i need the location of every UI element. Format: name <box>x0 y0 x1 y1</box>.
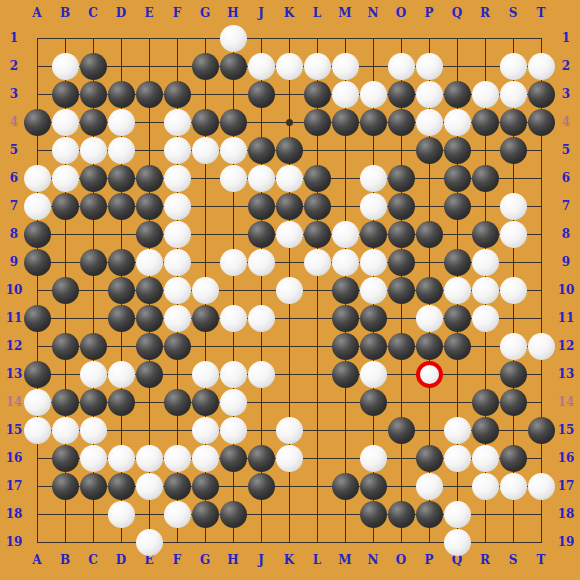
stone-white-F4 <box>164 109 191 136</box>
stone-black-P12 <box>416 333 443 360</box>
stone-white-A14 <box>24 389 51 416</box>
stone-black-P8 <box>416 221 443 248</box>
row-label-right: 2 <box>556 59 576 73</box>
row-label-right: 14 <box>556 395 576 409</box>
stone-black-C17 <box>80 473 107 500</box>
star-point <box>286 119 293 126</box>
stone-white-D5 <box>108 137 135 164</box>
stone-black-N17 <box>360 473 387 500</box>
stone-black-O3 <box>388 81 415 108</box>
stone-black-O6 <box>388 165 415 192</box>
stone-white-R10 <box>472 277 499 304</box>
stone-white-Q16 <box>444 445 471 472</box>
stone-white-J13 <box>248 361 275 388</box>
stone-black-P16 <box>416 445 443 472</box>
stone-black-G14 <box>192 389 219 416</box>
stone-white-P4 <box>416 109 443 136</box>
stone-black-M10 <box>332 277 359 304</box>
column-label-bottom: H <box>223 553 243 567</box>
row-label-right: 9 <box>556 255 576 269</box>
column-label-top: T <box>531 6 551 20</box>
stone-black-H4 <box>220 109 247 136</box>
stone-white-K10 <box>276 277 303 304</box>
stone-black-L6 <box>304 165 331 192</box>
stone-black-J8 <box>248 221 275 248</box>
stone-black-D11 <box>108 305 135 332</box>
stone-black-P5 <box>416 137 443 164</box>
column-label-bottom: F <box>167 553 187 567</box>
stone-white-F8 <box>164 221 191 248</box>
stone-black-R15 <box>472 417 499 444</box>
stone-black-C2 <box>80 53 107 80</box>
stone-black-O7 <box>388 193 415 220</box>
stone-black-O8 <box>388 221 415 248</box>
stone-white-S10 <box>500 277 527 304</box>
stone-black-D9 <box>108 249 135 276</box>
stone-black-A4 <box>24 109 51 136</box>
stone-black-N12 <box>360 333 387 360</box>
stone-white-Q10 <box>444 277 471 304</box>
stone-black-J3 <box>248 81 275 108</box>
stone-white-C5 <box>80 137 107 164</box>
row-label-right: 4 <box>556 115 576 129</box>
stone-white-H6 <box>220 165 247 192</box>
column-label-bottom: T <box>531 553 551 567</box>
column-label-bottom: K <box>279 553 299 567</box>
stone-white-Q19 <box>444 529 471 556</box>
stone-black-J5 <box>248 137 275 164</box>
column-label-bottom: C <box>83 553 103 567</box>
stone-white-F7 <box>164 193 191 220</box>
stone-black-T15 <box>528 417 555 444</box>
stone-white-E19 <box>136 529 163 556</box>
stone-white-P17 <box>416 473 443 500</box>
row-label-right: 19 <box>556 535 576 549</box>
stone-white-S3 <box>500 81 527 108</box>
stone-black-Q7 <box>444 193 471 220</box>
stone-black-A11 <box>24 305 51 332</box>
stone-white-A15 <box>24 417 51 444</box>
stone-white-P2 <box>416 53 443 80</box>
stone-white-D4 <box>108 109 135 136</box>
stone-white-L9 <box>304 249 331 276</box>
row-label-left: 17 <box>4 479 24 493</box>
stone-black-E11 <box>136 305 163 332</box>
stone-black-S16 <box>500 445 527 472</box>
stone-white-H5 <box>220 137 247 164</box>
column-label-bottom: A <box>27 553 47 567</box>
stone-white-G5 <box>192 137 219 164</box>
stone-black-B3 <box>52 81 79 108</box>
row-label-right: 18 <box>556 507 576 521</box>
stone-black-F12 <box>164 333 191 360</box>
column-label-top: E <box>139 6 159 20</box>
stone-black-E13 <box>136 361 163 388</box>
stone-black-E7 <box>136 193 163 220</box>
stone-black-G2 <box>192 53 219 80</box>
row-label-right: 10 <box>556 283 576 297</box>
row-label-left: 7 <box>4 199 24 213</box>
stone-white-N10 <box>360 277 387 304</box>
stone-black-C4 <box>80 109 107 136</box>
column-label-top: O <box>391 6 411 20</box>
column-label-top: B <box>55 6 75 20</box>
row-label-right: 11 <box>556 311 576 325</box>
column-label-top: C <box>83 6 103 20</box>
row-label-right: 3 <box>556 87 576 101</box>
go-board-app: AABBCCDDEEFFGGHHJJKKLLMMNNOOPPQQRRSSTT11… <box>0 0 580 580</box>
column-label-top: P <box>419 6 439 20</box>
column-label-top: J <box>251 6 271 20</box>
row-label-left: 10 <box>4 283 24 297</box>
stone-black-O18 <box>388 501 415 528</box>
row-label-right: 16 <box>556 451 576 465</box>
column-label-top: L <box>307 6 327 20</box>
stone-white-K8 <box>276 221 303 248</box>
stone-white-Q15 <box>444 417 471 444</box>
stone-black-G4 <box>192 109 219 136</box>
stone-white-F16 <box>164 445 191 472</box>
row-label-right: 8 <box>556 227 576 241</box>
column-label-top: M <box>335 6 355 20</box>
stone-black-H16 <box>220 445 247 472</box>
row-label-left: 4 <box>4 115 24 129</box>
column-label-top: Q <box>447 6 467 20</box>
stone-black-S13 <box>500 361 527 388</box>
stone-white-D13 <box>108 361 135 388</box>
column-label-bottom: O <box>391 553 411 567</box>
row-label-right: 15 <box>556 423 576 437</box>
stone-white-B4 <box>52 109 79 136</box>
stone-black-D3 <box>108 81 135 108</box>
stone-black-O4 <box>388 109 415 136</box>
stone-white-R17 <box>472 473 499 500</box>
column-label-bottom: L <box>307 553 327 567</box>
stone-black-S4 <box>500 109 527 136</box>
stone-white-S12 <box>500 333 527 360</box>
stone-white-P3 <box>416 81 443 108</box>
column-label-top: K <box>279 6 299 20</box>
stone-black-G18 <box>192 501 219 528</box>
stone-black-C7 <box>80 193 107 220</box>
stone-white-J9 <box>248 249 275 276</box>
stone-white-C15 <box>80 417 107 444</box>
stone-black-Q5 <box>444 137 471 164</box>
stone-white-C13 <box>80 361 107 388</box>
stone-white-G15 <box>192 417 219 444</box>
stone-black-B10 <box>52 277 79 304</box>
stone-white-S17 <box>500 473 527 500</box>
row-label-left: 15 <box>4 423 24 437</box>
stone-black-E12 <box>136 333 163 360</box>
stone-white-L2 <box>304 53 331 80</box>
column-label-bottom: J <box>251 553 271 567</box>
stone-white-G16 <box>192 445 219 472</box>
stone-black-Q9 <box>444 249 471 276</box>
stone-black-K7 <box>276 193 303 220</box>
stone-white-B15 <box>52 417 79 444</box>
stone-white-A6 <box>24 165 51 192</box>
row-label-left: 6 <box>4 171 24 185</box>
stone-black-J7 <box>248 193 275 220</box>
stone-white-G13 <box>192 361 219 388</box>
stone-black-O10 <box>388 277 415 304</box>
stone-black-S14 <box>500 389 527 416</box>
row-label-left: 3 <box>4 87 24 101</box>
stone-white-B6 <box>52 165 79 192</box>
stone-white-K15 <box>276 417 303 444</box>
row-label-right: 17 <box>556 479 576 493</box>
stone-white-F9 <box>164 249 191 276</box>
stone-white-T2 <box>528 53 555 80</box>
stone-black-Q11 <box>444 305 471 332</box>
column-label-top: A <box>27 6 47 20</box>
stone-white-J11 <box>248 305 275 332</box>
column-label-bottom: N <box>363 553 383 567</box>
stone-white-S8 <box>500 221 527 248</box>
stone-white-B2 <box>52 53 79 80</box>
column-label-top: D <box>111 6 131 20</box>
stone-black-L4 <box>304 109 331 136</box>
stone-white-D18 <box>108 501 135 528</box>
stone-white-R16 <box>472 445 499 472</box>
stone-white-F18 <box>164 501 191 528</box>
stone-black-M11 <box>332 305 359 332</box>
stone-white-A7 <box>24 193 51 220</box>
stone-black-B17 <box>52 473 79 500</box>
stone-black-B14 <box>52 389 79 416</box>
stone-white-S2 <box>500 53 527 80</box>
row-label-right: 7 <box>556 199 576 213</box>
stone-white-Q4 <box>444 109 471 136</box>
stone-black-D6 <box>108 165 135 192</box>
stone-white-H11 <box>220 305 247 332</box>
stone-black-R6 <box>472 165 499 192</box>
stone-black-C12 <box>80 333 107 360</box>
stone-black-S5 <box>500 137 527 164</box>
column-label-bottom: B <box>55 553 75 567</box>
stone-black-L7 <box>304 193 331 220</box>
column-label-top: H <box>223 6 243 20</box>
stone-white-M3 <box>332 81 359 108</box>
stone-black-N8 <box>360 221 387 248</box>
stone-black-B16 <box>52 445 79 472</box>
stone-black-Q3 <box>444 81 471 108</box>
stone-black-P18 <box>416 501 443 528</box>
stone-white-M9 <box>332 249 359 276</box>
stone-white-N3 <box>360 81 387 108</box>
stone-black-F14 <box>164 389 191 416</box>
stone-white-M8 <box>332 221 359 248</box>
stone-white-F6 <box>164 165 191 192</box>
row-label-left: 13 <box>4 367 24 381</box>
row-label-left: 9 <box>4 255 24 269</box>
stone-white-F5 <box>164 137 191 164</box>
stone-white-E16 <box>136 445 163 472</box>
row-label-left: 8 <box>4 227 24 241</box>
column-label-top: R <box>475 6 495 20</box>
stone-black-E8 <box>136 221 163 248</box>
row-label-left: 19 <box>4 535 24 549</box>
row-label-right: 1 <box>556 31 576 45</box>
stone-black-D14 <box>108 389 135 416</box>
stone-white-H9 <box>220 249 247 276</box>
stone-white-D16 <box>108 445 135 472</box>
stone-white-F10 <box>164 277 191 304</box>
column-label-top: N <box>363 6 383 20</box>
stone-black-D10 <box>108 277 135 304</box>
stone-black-R8 <box>472 221 499 248</box>
stone-black-L8 <box>304 221 331 248</box>
stone-white-N7 <box>360 193 387 220</box>
stone-black-M12 <box>332 333 359 360</box>
row-label-left: 18 <box>4 507 24 521</box>
stone-black-N11 <box>360 305 387 332</box>
stone-white-E9 <box>136 249 163 276</box>
stone-white-G10 <box>192 277 219 304</box>
stone-black-L3 <box>304 81 331 108</box>
stone-black-Q12 <box>444 333 471 360</box>
column-label-top: S <box>503 6 523 20</box>
stone-white-T12 <box>528 333 555 360</box>
column-label-bottom: M <box>335 553 355 567</box>
stone-black-N18 <box>360 501 387 528</box>
stone-black-H18 <box>220 501 247 528</box>
column-label-top: F <box>167 6 187 20</box>
stone-black-N4 <box>360 109 387 136</box>
column-label-bottom: D <box>111 553 131 567</box>
stone-white-J2 <box>248 53 275 80</box>
stone-black-M13 <box>332 361 359 388</box>
stone-black-D7 <box>108 193 135 220</box>
row-label-right: 12 <box>556 339 576 353</box>
stone-white-C16 <box>80 445 107 472</box>
stone-black-N14 <box>360 389 387 416</box>
stone-black-J17 <box>248 473 275 500</box>
row-label-left: 12 <box>4 339 24 353</box>
stone-white-E17 <box>136 473 163 500</box>
stone-white-N9 <box>360 249 387 276</box>
stone-white-H14 <box>220 389 247 416</box>
stone-white-Q18 <box>444 501 471 528</box>
column-label-bottom: S <box>503 553 523 567</box>
stone-black-M17 <box>332 473 359 500</box>
stone-white-K16 <box>276 445 303 472</box>
marked-stone-P13 <box>416 361 443 388</box>
row-label-left: 5 <box>4 143 24 157</box>
stone-black-M4 <box>332 109 359 136</box>
stone-black-B7 <box>52 193 79 220</box>
stone-black-P10 <box>416 277 443 304</box>
stone-black-O15 <box>388 417 415 444</box>
stone-black-A13 <box>24 361 51 388</box>
column-label-top: G <box>195 6 215 20</box>
row-label-left: 16 <box>4 451 24 465</box>
row-label-right: 13 <box>556 367 576 381</box>
stone-black-F3 <box>164 81 191 108</box>
stone-black-E3 <box>136 81 163 108</box>
stone-white-K2 <box>276 53 303 80</box>
stone-white-H1 <box>220 25 247 52</box>
stone-black-J16 <box>248 445 275 472</box>
column-label-bottom: R <box>475 553 495 567</box>
row-label-left: 1 <box>4 31 24 45</box>
stone-black-Q6 <box>444 165 471 192</box>
stone-black-T3 <box>528 81 555 108</box>
stone-black-C6 <box>80 165 107 192</box>
stone-black-R4 <box>472 109 499 136</box>
row-label-left: 14 <box>4 395 24 409</box>
stone-white-J6 <box>248 165 275 192</box>
stone-black-G11 <box>192 305 219 332</box>
stone-black-B12 <box>52 333 79 360</box>
stone-black-A8 <box>24 221 51 248</box>
row-label-left: 2 <box>4 59 24 73</box>
stone-white-N13 <box>360 361 387 388</box>
stone-black-D17 <box>108 473 135 500</box>
row-label-right: 5 <box>556 143 576 157</box>
stone-black-G17 <box>192 473 219 500</box>
stone-white-O2 <box>388 53 415 80</box>
stone-black-C14 <box>80 389 107 416</box>
stone-white-K6 <box>276 165 303 192</box>
stone-white-F11 <box>164 305 191 332</box>
stone-white-N6 <box>360 165 387 192</box>
column-label-bottom: P <box>419 553 439 567</box>
stone-black-O12 <box>388 333 415 360</box>
stone-black-F17 <box>164 473 191 500</box>
column-label-bottom: G <box>195 553 215 567</box>
row-label-left: 11 <box>4 311 24 325</box>
stone-black-K5 <box>276 137 303 164</box>
stone-white-N16 <box>360 445 387 472</box>
stone-black-A9 <box>24 249 51 276</box>
stone-black-E10 <box>136 277 163 304</box>
stone-white-T17 <box>528 473 555 500</box>
stone-black-O9 <box>388 249 415 276</box>
stone-white-M2 <box>332 53 359 80</box>
stone-black-T4 <box>528 109 555 136</box>
stone-black-C9 <box>80 249 107 276</box>
stone-white-R11 <box>472 305 499 332</box>
stone-white-H13 <box>220 361 247 388</box>
stone-white-R9 <box>472 249 499 276</box>
stone-black-E6 <box>136 165 163 192</box>
stone-white-P11 <box>416 305 443 332</box>
stone-white-H15 <box>220 417 247 444</box>
stone-white-R3 <box>472 81 499 108</box>
stone-white-S7 <box>500 193 527 220</box>
stone-black-C3 <box>80 81 107 108</box>
row-label-right: 6 <box>556 171 576 185</box>
stone-white-B5 <box>52 137 79 164</box>
stone-black-R14 <box>472 389 499 416</box>
stone-black-H2 <box>220 53 247 80</box>
